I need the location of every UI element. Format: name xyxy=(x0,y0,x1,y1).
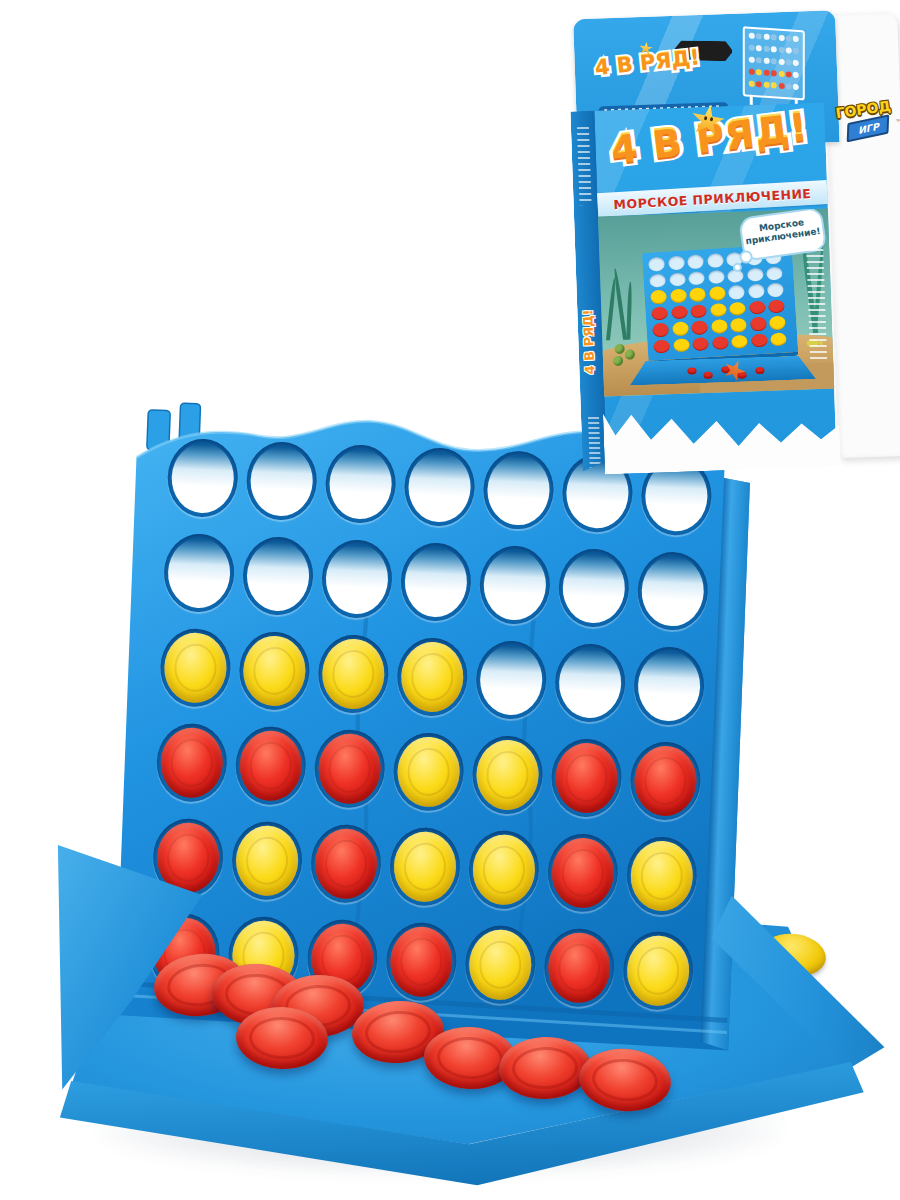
card-grid-dot xyxy=(786,35,792,41)
board-cell-r5c7 xyxy=(625,836,698,917)
board-cell-r3c4 xyxy=(709,286,726,300)
board-cell-r6c6 xyxy=(543,927,616,1008)
board-cell-r2c6 xyxy=(557,548,630,629)
card-grid-dot xyxy=(764,34,770,40)
board-cell-r2c7 xyxy=(766,266,783,280)
board-cell-r3c2 xyxy=(670,288,687,302)
card-grid-dot xyxy=(764,58,770,64)
scene-instructions-text xyxy=(806,243,827,362)
board-cell-r6c3 xyxy=(692,337,709,351)
card-grid-dot xyxy=(793,72,799,78)
seaweed-icon xyxy=(613,268,627,340)
card-grid-dot xyxy=(756,33,762,39)
board-cell-r4c6 xyxy=(749,300,766,314)
board-cell-r1c5 xyxy=(482,450,555,531)
card-grid-dot xyxy=(749,33,755,39)
card-grid-dot xyxy=(771,46,777,52)
card-grid-dot xyxy=(778,83,784,89)
card-grid-dot xyxy=(786,59,792,65)
board-cell-r2c4 xyxy=(708,270,725,284)
board-cell-r6c4 xyxy=(385,921,458,1002)
board-cell-r3c1 xyxy=(650,290,667,304)
board-cell-r3c6 xyxy=(748,284,765,298)
spine-subtitle-text xyxy=(588,417,601,477)
seaweed-icon xyxy=(626,281,632,339)
board-cell-r1c4 xyxy=(707,253,724,267)
brand-logo: ГОРОД ИГР ™ xyxy=(831,97,900,163)
board-cell-r1c4 xyxy=(403,447,476,528)
board-grid xyxy=(108,397,757,1066)
box-subtitle: МОРСКОЕ ПРИКЛЮЧЕНИЕ xyxy=(613,185,812,211)
card-grid-dot xyxy=(771,58,777,64)
board-cell-r5c3 xyxy=(310,823,383,904)
card-grid-dot xyxy=(756,69,762,75)
board-cell-r4c6 xyxy=(550,738,623,819)
board-cell-r2c1 xyxy=(649,273,666,287)
board-cell-r4c7 xyxy=(768,299,785,313)
board-cell-r2c2 xyxy=(242,536,315,617)
mini-tray-disc xyxy=(755,367,764,374)
card-grid-dot xyxy=(764,82,770,88)
card-grid-dot xyxy=(793,48,799,54)
board-cell-r4c3 xyxy=(313,729,386,810)
scene-mini-board xyxy=(642,244,799,365)
card-grid-dot xyxy=(786,83,792,89)
board-cell-r3c7 xyxy=(633,646,706,727)
board-cell-r1c1 xyxy=(166,438,239,519)
card-grid-dot xyxy=(771,34,777,40)
board-cell-r2c3 xyxy=(320,539,393,620)
board-cell-r6c3 xyxy=(306,918,379,999)
card-grid-dot xyxy=(756,45,762,51)
board-cell-r2c5 xyxy=(478,545,551,626)
card-grid-dot xyxy=(756,81,762,87)
board-cell-r3c3 xyxy=(689,287,706,301)
board-cell-r3c7 xyxy=(767,282,784,296)
board-cell-r2c1 xyxy=(163,533,236,614)
board-cell-r4c4 xyxy=(710,303,727,317)
board-cell-r1c1 xyxy=(648,257,665,271)
packaging-box: 4 В РЯД! 4 В РЯД! 4 В РЯД! 4 В РЯД! 4 В … xyxy=(565,0,900,485)
board-cell-r6c5 xyxy=(464,924,537,1005)
board-cell-r4c4 xyxy=(392,732,465,813)
card-grid-dot xyxy=(793,84,799,90)
board-cell-r3c4 xyxy=(396,637,469,718)
grid-leg-icon xyxy=(750,95,753,105)
board-cell-r6c7 xyxy=(622,931,695,1012)
board-cell-r4c5 xyxy=(471,735,544,816)
card-grid-dot xyxy=(778,47,784,53)
board-cell-r5c4 xyxy=(711,319,728,333)
board-cell-r5c2 xyxy=(672,321,689,335)
card-grid-dot xyxy=(786,47,792,53)
card-grid-dot xyxy=(786,71,792,77)
spine-small-text xyxy=(577,127,592,205)
card-grid-dot xyxy=(764,46,770,52)
board-cell-r5c5 xyxy=(730,318,747,332)
board-cell-r6c4 xyxy=(712,335,729,349)
card-grid-dot xyxy=(778,35,784,41)
board-cell-r2c7 xyxy=(636,551,709,632)
board-cell-r2c3 xyxy=(688,271,705,285)
board-cell-r1c2 xyxy=(668,256,685,270)
box-front-face: 4 В РЯД! 4 В РЯД! МОРСКОЕ ПРИКЛЮЧЕНИЕ xyxy=(594,103,836,467)
brand-line2: ИГР xyxy=(857,121,879,136)
board-cell-r5c3 xyxy=(691,320,708,334)
board-cell-r2c4 xyxy=(399,542,472,623)
board-cell-r4c5 xyxy=(729,301,746,315)
board-cell-r5c4 xyxy=(389,826,462,907)
card-grid-dot xyxy=(778,59,784,65)
board-cell-r3c6 xyxy=(554,643,627,724)
board-cell-r2c6 xyxy=(746,267,763,281)
card-grid-dot xyxy=(749,69,755,75)
board-cell-r3c1 xyxy=(159,628,232,709)
board-cell-r5c7 xyxy=(769,315,786,329)
card-grid-dot xyxy=(793,36,799,42)
board-cell-r4c1 xyxy=(651,306,668,320)
board-cell-r5c5 xyxy=(467,830,540,911)
board-cell-r3c5 xyxy=(728,285,745,299)
board-cell-r3c2 xyxy=(238,631,311,712)
board-cell-r4c7 xyxy=(629,741,702,822)
card-grid-dot xyxy=(771,70,777,76)
mini-tray-disc xyxy=(704,372,713,379)
mini-tray-disc xyxy=(687,367,696,374)
board-cell-r5c6 xyxy=(546,833,619,914)
board-cell-r6c6 xyxy=(751,333,768,347)
card-grid-dot xyxy=(778,71,784,77)
board-cell-r4c1 xyxy=(155,722,228,803)
product-photo-stage: 4 В РЯД! 4 В РЯД! 4 В РЯД! 4 В РЯД! 4 В … xyxy=(0,0,900,1200)
board-cell-r1c2 xyxy=(245,441,318,522)
board-cell-r6c2 xyxy=(227,915,300,996)
card-grid-dot xyxy=(756,57,762,63)
card-grid-dot xyxy=(771,82,777,88)
board-cell-r4c2 xyxy=(234,725,307,806)
trademark: ™ xyxy=(895,118,900,127)
board-cell-r1c3 xyxy=(687,254,704,268)
card-grid-dot xyxy=(749,81,755,87)
board-cell-r3c3 xyxy=(317,634,390,715)
board-cell-r2c2 xyxy=(669,272,686,286)
board-cell-r6c1 xyxy=(653,339,670,353)
card-mini-grid-illustration xyxy=(743,26,805,100)
board-cell-r1c3 xyxy=(324,444,397,525)
board-cell-r6c5 xyxy=(731,334,748,348)
card-title-logo: 4 В РЯД! 4 В РЯД! xyxy=(587,45,708,91)
card-grid-dot xyxy=(764,70,770,76)
board-cell-r5c6 xyxy=(750,317,767,331)
board-cell-r5c2 xyxy=(231,820,304,901)
board-cell-r4c2 xyxy=(671,305,688,319)
board-cell-r5c1 xyxy=(652,323,669,337)
underwater-scene: Морское приключение! xyxy=(598,209,834,397)
board-cell-r4c3 xyxy=(690,304,707,318)
game-board xyxy=(108,397,757,1066)
board-cell-r3c5 xyxy=(475,640,548,721)
card-grid-dot xyxy=(749,57,755,63)
board-cell-r6c7 xyxy=(770,332,787,346)
card-grid-dot xyxy=(749,45,755,51)
card-grid-dot xyxy=(793,60,799,66)
board-cell-r6c2 xyxy=(673,338,690,352)
